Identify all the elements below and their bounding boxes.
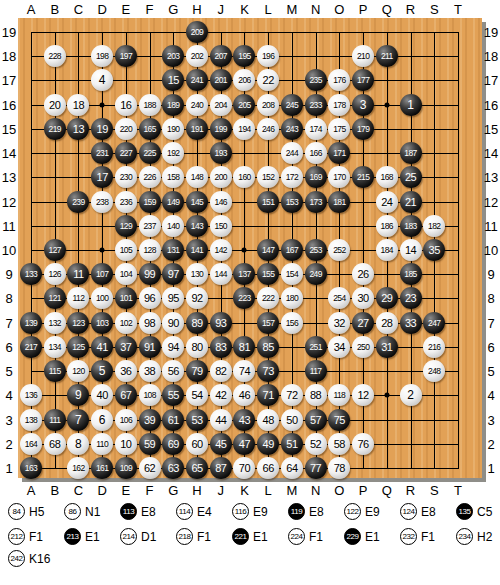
stone-white-130-h9: 130 bbox=[186, 263, 208, 285]
coord-label-top-G: G bbox=[168, 3, 178, 16]
stone-white-204-j16: 204 bbox=[210, 94, 232, 116]
coord-label-right-15: 15 bbox=[484, 122, 498, 135]
caption-move-number-234: 234 bbox=[456, 528, 473, 545]
caption-move-number-224: 224 bbox=[288, 528, 305, 545]
stone-black-243-m15: 243 bbox=[281, 118, 303, 140]
stone-white-32-o7: 32 bbox=[328, 312, 350, 334]
caption-move-point-h5: H5 bbox=[29, 505, 44, 519]
stone-black-115-b5: 115 bbox=[44, 360, 66, 382]
stone-black-161-d1: 161 bbox=[91, 457, 113, 479]
caption-move-point-e1: E1 bbox=[365, 530, 380, 544]
stone-black-7-c3: 7 bbox=[67, 409, 89, 431]
stone-white-2-r4: 2 bbox=[400, 384, 422, 406]
stone-black-37-e6: 37 bbox=[115, 336, 137, 358]
stone-white-72-m4: 72 bbox=[281, 384, 303, 406]
stone-black-55-g4: 55 bbox=[162, 384, 184, 406]
stone-white-30-p8: 30 bbox=[352, 287, 374, 309]
caption-move-213: 213E1 bbox=[64, 528, 120, 545]
stone-black-21-r12: 21 bbox=[400, 191, 422, 213]
stone-black-17-d13: 17 bbox=[91, 166, 113, 188]
caption-move-number-116: 116 bbox=[232, 503, 249, 520]
caption-move-point-k16: K16 bbox=[29, 552, 50, 566]
caption-move-point-e9: E9 bbox=[365, 505, 380, 519]
caption-move-135: 135C5 bbox=[456, 503, 500, 520]
stone-black-11-c9: 11 bbox=[67, 263, 89, 285]
coord-label-right-10: 10 bbox=[484, 243, 498, 256]
stone-white-248-s5: 248 bbox=[423, 360, 445, 382]
coord-label-bottom-N: N bbox=[311, 484, 320, 497]
coord-label-top-F: F bbox=[146, 3, 154, 16]
stone-white-14-r10: 14 bbox=[400, 239, 422, 261]
stone-black-123-c7: 123 bbox=[67, 312, 89, 334]
coord-label-left-8: 8 bbox=[5, 292, 12, 305]
stone-black-201-j17: 201 bbox=[210, 69, 232, 91]
stone-black-97-g9: 97 bbox=[162, 263, 184, 285]
caption-move-number-213: 213 bbox=[64, 528, 81, 545]
stone-white-24-q12: 24 bbox=[376, 191, 398, 213]
stone-black-13-c15: 13 bbox=[67, 118, 89, 140]
caption-move-point-e1: E1 bbox=[253, 530, 268, 544]
stone-black-23-r8: 23 bbox=[400, 287, 422, 309]
stone-black-247-s7: 247 bbox=[423, 312, 445, 334]
stone-white-202-h18: 202 bbox=[186, 45, 208, 67]
stone-white-20-b16: 20 bbox=[44, 94, 66, 116]
caption-row-2: 212F1213E1214D1218F1221E1224F1229E1232F1… bbox=[8, 528, 500, 545]
coord-label-bottom-L: L bbox=[265, 484, 272, 497]
stone-white-80-h6: 80 bbox=[186, 336, 208, 358]
stone-black-233-n16: 233 bbox=[305, 94, 327, 116]
stone-black-191-h15: 191 bbox=[186, 118, 208, 140]
stone-black-215-p13: 215 bbox=[352, 166, 374, 188]
stone-black-125-c6: 125 bbox=[67, 336, 89, 358]
stone-black-151-l12: 151 bbox=[257, 191, 279, 213]
stone-black-165-f15: 165 bbox=[139, 118, 161, 140]
caption-move-number-218: 218 bbox=[176, 528, 193, 545]
stone-white-158-g13: 158 bbox=[162, 166, 184, 188]
stone-white-230-e13: 230 bbox=[115, 166, 137, 188]
coord-label-bottom-O: O bbox=[334, 484, 344, 497]
caption-move-232: 232F1 bbox=[400, 528, 456, 545]
stone-white-168-q13: 168 bbox=[376, 166, 398, 188]
stone-black-223-k8: 223 bbox=[233, 287, 255, 309]
stone-white-10-e2: 10 bbox=[115, 433, 137, 455]
coord-label-left-3: 3 bbox=[5, 413, 12, 426]
caption-move-number-86: 86 bbox=[64, 503, 81, 520]
stone-white-18-c16: 18 bbox=[67, 94, 89, 116]
caption-move-242: 242K16 bbox=[8, 550, 64, 567]
stone-black-101-e8: 101 bbox=[115, 287, 137, 309]
stone-white-192-g14: 192 bbox=[162, 142, 184, 164]
caption-move-number-113: 113 bbox=[120, 503, 137, 520]
stone-black-25-r13: 25 bbox=[400, 166, 422, 188]
star-point-q16 bbox=[384, 102, 389, 107]
stone-white-240-h16: 240 bbox=[186, 94, 208, 116]
stone-black-209-h19: 209 bbox=[186, 21, 208, 43]
coord-label-left-11: 11 bbox=[2, 219, 16, 232]
stone-black-149-g12: 149 bbox=[162, 191, 184, 213]
coord-label-top-M: M bbox=[286, 3, 297, 16]
caption-move-214: 214D1 bbox=[120, 528, 176, 545]
caption-move-221: 221E1 bbox=[232, 528, 288, 545]
coord-label-bottom-F: F bbox=[146, 484, 154, 497]
stone-white-178-o16: 178 bbox=[328, 94, 350, 116]
stone-black-81-k6: 81 bbox=[233, 336, 255, 358]
caption-move-number-84: 84 bbox=[8, 503, 25, 520]
caption-move-218: 218F1 bbox=[176, 528, 232, 545]
go-kifu-diagram: AABBCCDDEEFFGGHHJJKKLLMMNNOOPPQQRRSSTT19… bbox=[0, 0, 500, 585]
coord-label-right-3: 3 bbox=[487, 413, 494, 426]
stone-white-237-f11: 237 bbox=[139, 215, 161, 237]
coord-label-left-5: 5 bbox=[5, 365, 12, 378]
coord-label-right-2: 2 bbox=[487, 437, 494, 450]
stone-black-75-o3: 75 bbox=[328, 409, 350, 431]
caption-move-point-f1: F1 bbox=[29, 530, 43, 544]
stone-black-131-g10: 131 bbox=[162, 239, 184, 261]
stone-white-26-p9: 26 bbox=[352, 263, 374, 285]
stone-black-227-e14: 227 bbox=[115, 142, 137, 164]
coord-label-bottom-G: G bbox=[168, 484, 178, 497]
stone-white-156-m7: 156 bbox=[281, 312, 303, 334]
stone-white-44-j3: 44 bbox=[210, 409, 232, 431]
coord-label-top-N: N bbox=[311, 3, 320, 16]
stone-white-56-g5: 56 bbox=[162, 360, 184, 382]
coord-label-right-12: 12 bbox=[484, 195, 498, 208]
coord-label-left-7: 7 bbox=[5, 316, 12, 329]
stone-white-104-e9: 104 bbox=[115, 263, 137, 285]
stone-white-48-l3: 48 bbox=[257, 409, 279, 431]
caption-row-3: 242K16 bbox=[8, 550, 64, 567]
stone-white-76-p2: 76 bbox=[352, 433, 374, 455]
stone-black-181-o12: 181 bbox=[328, 191, 350, 213]
stone-white-206-k17: 206 bbox=[233, 69, 255, 91]
caption-move-124: 124E8 bbox=[400, 503, 456, 520]
coord-label-left-2: 2 bbox=[5, 437, 12, 450]
stone-white-108-f4: 108 bbox=[139, 384, 161, 406]
stone-white-38-f5: 38 bbox=[139, 360, 161, 382]
stone-black-197-e18: 197 bbox=[115, 45, 137, 67]
stone-black-145-h12: 145 bbox=[186, 191, 208, 213]
caption-move-point-e4: E4 bbox=[197, 505, 212, 519]
stone-white-62-f1: 62 bbox=[139, 457, 161, 479]
caption-move-119: 119E8 bbox=[288, 503, 344, 520]
caption-move-number-242: 242 bbox=[8, 550, 25, 567]
stone-white-78-o1: 78 bbox=[328, 457, 350, 479]
stone-black-65-h1: 65 bbox=[186, 457, 208, 479]
coord-label-bottom-B: B bbox=[50, 484, 59, 497]
stone-white-120-c5: 120 bbox=[67, 360, 89, 382]
caption-move-point-e8: E8 bbox=[309, 505, 324, 519]
coord-label-left-17: 17 bbox=[2, 74, 16, 87]
coord-label-right-4: 4 bbox=[487, 389, 494, 402]
coord-label-left-1: 1 bbox=[5, 461, 12, 474]
stone-black-71-l4: 71 bbox=[257, 384, 279, 406]
stone-white-52-n2: 52 bbox=[305, 433, 327, 455]
stone-white-126-b9: 126 bbox=[44, 263, 66, 285]
stone-black-35-s10: 35 bbox=[423, 239, 445, 261]
stone-white-82-j5: 82 bbox=[210, 360, 232, 382]
stone-white-105-e10: 105 bbox=[115, 239, 137, 261]
caption-move-number-135: 135 bbox=[456, 503, 473, 520]
stone-black-51-m2: 51 bbox=[281, 433, 303, 455]
stone-black-137-k9: 137 bbox=[233, 263, 255, 285]
stone-white-238-d12: 238 bbox=[91, 191, 113, 213]
caption-move-number-119: 119 bbox=[288, 503, 305, 520]
stone-white-6-d3: 6 bbox=[91, 409, 113, 431]
stone-white-254-o8: 254 bbox=[328, 287, 350, 309]
stone-white-184-q10: 184 bbox=[376, 239, 398, 261]
stone-black-47-k2: 47 bbox=[233, 433, 255, 455]
caption-move-point-d1: D1 bbox=[141, 530, 156, 544]
stone-black-159-f12: 159 bbox=[139, 191, 161, 213]
stone-black-9-c4: 9 bbox=[67, 384, 89, 406]
stone-white-148-h13: 148 bbox=[186, 166, 208, 188]
caption-move-number-232: 232 bbox=[400, 528, 417, 545]
stone-white-162-c1: 162 bbox=[67, 457, 89, 479]
coord-label-right-7: 7 bbox=[487, 316, 494, 329]
stone-black-179-p15: 179 bbox=[352, 118, 374, 140]
caption-row-1: 84H586N1113E8114E4116E9119E8122E9124E813… bbox=[8, 503, 500, 520]
stone-black-239-c12: 239 bbox=[67, 191, 89, 213]
caption-move-point-e8: E8 bbox=[141, 505, 156, 519]
stone-black-235-n17: 235 bbox=[305, 69, 327, 91]
stone-white-194-k15: 194 bbox=[233, 118, 255, 140]
stone-black-39-f3: 39 bbox=[139, 409, 161, 431]
caption-move-113: 113E8 bbox=[120, 503, 176, 520]
stone-black-141-h10: 141 bbox=[186, 239, 208, 261]
stone-white-22-l17: 22 bbox=[257, 69, 279, 91]
stone-white-190-g15: 190 bbox=[162, 118, 184, 140]
stone-black-19-d15: 19 bbox=[91, 118, 113, 140]
caption-move-number-124: 124 bbox=[400, 503, 417, 520]
stone-black-1-r16: 1 bbox=[400, 94, 422, 116]
stone-black-29-q8: 29 bbox=[376, 287, 398, 309]
coord-label-top-R: R bbox=[406, 3, 415, 16]
stone-black-85-l6: 85 bbox=[257, 336, 279, 358]
stone-black-45-j2: 45 bbox=[210, 433, 232, 455]
caption-move-point-f1: F1 bbox=[421, 530, 435, 544]
coord-label-left-15: 15 bbox=[2, 122, 16, 135]
stone-black-163-a1: 163 bbox=[20, 457, 42, 479]
coord-label-right-8: 8 bbox=[487, 292, 494, 305]
stone-white-16-e16: 16 bbox=[115, 94, 137, 116]
stone-black-41-d6: 41 bbox=[91, 336, 113, 358]
stone-white-236-e12: 236 bbox=[115, 191, 137, 213]
stone-white-188-f16: 188 bbox=[139, 94, 161, 116]
coord-label-top-E: E bbox=[122, 3, 131, 16]
stone-white-172-m13: 172 bbox=[281, 166, 303, 188]
stone-black-217-a6: 217 bbox=[20, 336, 42, 358]
stone-black-49-l2: 49 bbox=[257, 433, 279, 455]
stone-black-89-h7: 89 bbox=[186, 312, 208, 334]
stone-black-225-f14: 225 bbox=[139, 142, 161, 164]
stone-black-67-e4: 67 bbox=[115, 384, 137, 406]
stone-white-42-j4: 42 bbox=[210, 384, 232, 406]
stone-black-27-p7: 27 bbox=[352, 312, 374, 334]
coord-label-top-K: K bbox=[240, 3, 249, 16]
coord-label-top-B: B bbox=[50, 3, 59, 16]
stone-white-96-f8: 96 bbox=[139, 287, 161, 309]
stone-white-128-f10: 128 bbox=[139, 239, 161, 261]
coord-label-bottom-S: S bbox=[430, 484, 439, 497]
stone-white-186-q11: 186 bbox=[376, 215, 398, 237]
stone-black-53-h3: 53 bbox=[186, 409, 208, 431]
caption-move-86: 86N1 bbox=[64, 503, 120, 520]
stone-white-68-b2: 68 bbox=[44, 433, 66, 455]
coord-label-bottom-P: P bbox=[359, 484, 368, 497]
stone-white-112-c8: 112 bbox=[67, 287, 89, 309]
coord-label-top-T: T bbox=[454, 3, 462, 16]
stone-white-64-m1: 64 bbox=[281, 457, 303, 479]
stone-black-245-m16: 245 bbox=[281, 94, 303, 116]
caption-move-114: 114E4 bbox=[176, 503, 232, 520]
stone-black-253-n10: 253 bbox=[305, 239, 327, 261]
stone-white-176-o17: 176 bbox=[328, 69, 350, 91]
stone-black-203-g18: 203 bbox=[162, 45, 184, 67]
stone-black-251-n6: 251 bbox=[305, 336, 327, 358]
stone-black-99-f9: 99 bbox=[139, 263, 161, 285]
stone-white-50-m3: 50 bbox=[281, 409, 303, 431]
stone-white-252-o10: 252 bbox=[328, 239, 350, 261]
stone-black-3-p16: 3 bbox=[352, 94, 374, 116]
coord-label-top-L: L bbox=[265, 3, 272, 16]
stone-black-77-n1: 77 bbox=[305, 457, 327, 479]
caption-move-point-e8: E8 bbox=[421, 505, 436, 519]
stone-black-199-j15: 199 bbox=[210, 118, 232, 140]
stone-white-60-h2: 60 bbox=[186, 433, 208, 455]
grid-line-horizontal-19 bbox=[31, 32, 459, 33]
stone-white-146-j12: 146 bbox=[210, 191, 232, 213]
caption-move-122: 122E9 bbox=[344, 503, 400, 520]
stone-white-110-d2: 110 bbox=[91, 433, 113, 455]
stone-black-241-h17: 241 bbox=[186, 69, 208, 91]
stone-white-74-k5: 74 bbox=[233, 360, 255, 382]
stone-white-152-l13: 152 bbox=[257, 166, 279, 188]
stone-black-73-l5: 73 bbox=[257, 360, 279, 382]
stone-black-111-b3: 111 bbox=[44, 409, 66, 431]
stone-black-61-g3: 61 bbox=[162, 409, 184, 431]
stone-white-40-d4: 40 bbox=[91, 384, 113, 406]
stone-black-155-l9: 155 bbox=[257, 263, 279, 285]
stone-white-28-q7: 28 bbox=[376, 312, 398, 334]
stone-white-106-e3: 106 bbox=[115, 409, 137, 431]
star-point-k10 bbox=[242, 247, 247, 252]
coord-label-left-16: 16 bbox=[2, 98, 16, 111]
caption-move-224: 224F1 bbox=[288, 528, 344, 545]
coord-label-left-6: 6 bbox=[5, 340, 12, 353]
stone-white-226-f13: 226 bbox=[139, 166, 161, 188]
coord-label-top-C: C bbox=[74, 3, 83, 16]
stone-white-58-o2: 58 bbox=[328, 433, 350, 455]
stone-white-246-l15: 246 bbox=[257, 118, 279, 140]
coord-label-right-11: 11 bbox=[484, 219, 498, 232]
stone-black-185-r9: 185 bbox=[400, 263, 422, 285]
stone-white-94-g6: 94 bbox=[162, 336, 184, 358]
stone-black-207-j18: 207 bbox=[210, 45, 232, 67]
caption-move-point-h2: H2 bbox=[477, 530, 492, 544]
stone-black-153-m12: 153 bbox=[281, 191, 303, 213]
stone-black-87-j1: 87 bbox=[210, 457, 232, 479]
stone-black-187-r14: 187 bbox=[400, 142, 422, 164]
stone-white-222-l8: 222 bbox=[257, 287, 279, 309]
coord-label-top-J: J bbox=[218, 3, 225, 16]
stone-black-231-d14: 231 bbox=[91, 142, 113, 164]
stone-black-33-r7: 33 bbox=[400, 312, 422, 334]
stone-white-95-g8: 95 bbox=[162, 287, 184, 309]
star-point-d10 bbox=[100, 247, 105, 252]
stone-white-160-k13: 160 bbox=[233, 166, 255, 188]
coord-label-left-19: 19 bbox=[2, 26, 16, 39]
coord-label-bottom-D: D bbox=[97, 484, 106, 497]
stone-white-150-j11: 150 bbox=[210, 215, 232, 237]
stone-white-174-n15: 174 bbox=[305, 118, 327, 140]
stone-black-63-g1: 63 bbox=[162, 457, 184, 479]
stone-black-211-q18: 211 bbox=[376, 45, 398, 67]
stone-black-107-d9: 107 bbox=[91, 263, 113, 285]
coord-label-left-9: 9 bbox=[5, 268, 12, 281]
stone-white-102-e7: 102 bbox=[115, 312, 137, 334]
stone-black-127-b10: 127 bbox=[44, 239, 66, 261]
stone-white-244-m14: 244 bbox=[281, 142, 303, 164]
coord-label-top-D: D bbox=[97, 3, 106, 16]
stone-white-182-s11: 182 bbox=[423, 215, 445, 237]
stone-white-216-s6: 216 bbox=[423, 336, 445, 358]
stone-white-46-k4: 46 bbox=[233, 384, 255, 406]
coord-label-left-13: 13 bbox=[2, 171, 16, 184]
stone-black-117-n5: 117 bbox=[305, 360, 327, 382]
stone-white-134-b6: 134 bbox=[44, 336, 66, 358]
stone-white-12-p4: 12 bbox=[352, 384, 374, 406]
caption-move-number-212: 212 bbox=[8, 528, 25, 545]
stone-black-109-e1: 109 bbox=[115, 457, 137, 479]
stone-black-193-j14: 193 bbox=[210, 142, 232, 164]
stone-black-173-n12: 173 bbox=[305, 191, 327, 213]
stone-black-183-r11: 183 bbox=[400, 215, 422, 237]
stone-white-136-a4: 136 bbox=[20, 384, 42, 406]
coord-label-bottom-R: R bbox=[406, 484, 415, 497]
caption-move-point-c5: C5 bbox=[477, 505, 492, 519]
coord-label-bottom-J: J bbox=[218, 484, 225, 497]
stone-black-167-m10: 167 bbox=[281, 239, 303, 261]
coord-label-top-H: H bbox=[192, 3, 201, 16]
coord-label-top-A: A bbox=[27, 3, 36, 16]
stone-black-5-d5: 5 bbox=[91, 360, 113, 382]
stone-white-200-j13: 200 bbox=[210, 166, 232, 188]
star-point-q4 bbox=[384, 393, 389, 398]
stone-black-249-n9: 249 bbox=[305, 263, 327, 285]
coord-label-left-18: 18 bbox=[2, 50, 16, 63]
star-point-d16 bbox=[100, 102, 105, 107]
stone-white-70-k1: 70 bbox=[233, 457, 255, 479]
stone-white-154-m9: 154 bbox=[281, 263, 303, 285]
stone-white-228-b18: 228 bbox=[44, 45, 66, 67]
stone-white-98-f7: 98 bbox=[139, 312, 161, 334]
caption-move-point-f1: F1 bbox=[197, 530, 211, 544]
caption-move-point-e9: E9 bbox=[253, 505, 268, 519]
stone-black-169-n13: 169 bbox=[305, 166, 327, 188]
coord-label-bottom-C: C bbox=[74, 484, 83, 497]
stone-black-69-g2: 69 bbox=[162, 433, 184, 455]
stone-black-147-l10: 147 bbox=[257, 239, 279, 261]
coord-label-bottom-T: T bbox=[454, 484, 462, 497]
stone-white-166-n14: 166 bbox=[305, 142, 327, 164]
stone-black-91-f6: 91 bbox=[139, 336, 161, 358]
stone-black-121-b8: 121 bbox=[44, 287, 66, 309]
stone-white-164-a2: 164 bbox=[20, 433, 42, 455]
coord-label-bottom-M: M bbox=[286, 484, 297, 497]
stone-white-118-o4: 118 bbox=[328, 384, 350, 406]
stone-white-34-o6: 34 bbox=[328, 336, 350, 358]
stone-white-198-d18: 198 bbox=[91, 45, 113, 67]
